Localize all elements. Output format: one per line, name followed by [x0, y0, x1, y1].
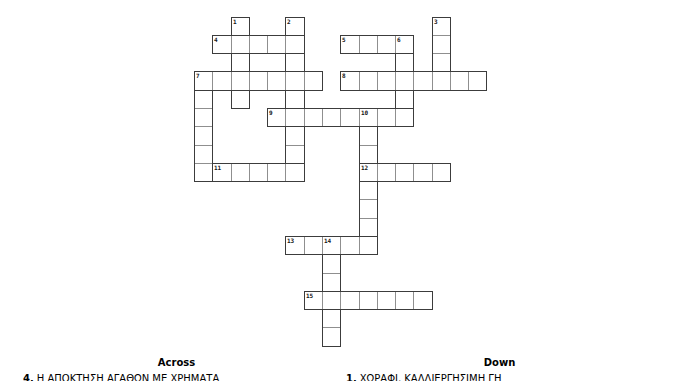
across-clues-column: Across 4.Η ΑΠΟΚΤΗΣΗ ΑΓΑΘΩΝ ΜΕ ΧΡΗΜΑΤΑ [23, 357, 330, 381]
cell-r3c5[interactable] [285, 71, 305, 91]
cell-r2c5[interactable] [285, 53, 305, 72]
cell-r1c13[interactable] [432, 35, 451, 54]
cell-r2c13[interactable] [432, 53, 451, 72]
cell-r3c10[interactable] [377, 71, 396, 91]
cell-r5c6[interactable] [304, 108, 323, 127]
cell-r3c6[interactable] [304, 71, 323, 91]
cell-r3c1[interactable] [212, 71, 232, 91]
down-clue-1: 1.ΧΩΡΑΦΙ, ΚΑΛΛΙΕΡΓΗΣΙΜΗ ΓΗ [346, 373, 653, 381]
cell-r7c9[interactable] [359, 145, 378, 164]
cell-r3c3[interactable] [249, 71, 268, 91]
crossword-page: 123456789101112131415 Across 4.Η ΑΠΟΚΤΗΣ… [0, 0, 678, 381]
cell-r8c11[interactable] [395, 163, 414, 182]
cell-number-13: 13 [287, 238, 294, 244]
cell-number-3: 3 [434, 19, 437, 25]
cell-r8c5[interactable] [285, 163, 305, 182]
cell-r6c9[interactable] [359, 126, 378, 146]
cell-number-1: 1 [233, 19, 236, 25]
cell-number-10: 10 [361, 110, 368, 116]
cell-r4c0[interactable] [194, 90, 213, 109]
cell-r11c9[interactable] [359, 218, 378, 237]
cell-r1c10[interactable] [377, 35, 396, 54]
cell-r5c0[interactable] [194, 108, 213, 127]
cell-r16c7[interactable] [322, 309, 341, 328]
cell-r3c15[interactable] [468, 71, 487, 91]
cell-number-12: 12 [361, 165, 368, 171]
cell-r9c9[interactable] [359, 181, 378, 200]
cell-r3c14[interactable] [450, 71, 469, 91]
cell-r7c0[interactable] [194, 145, 213, 164]
cell-r4c11[interactable] [395, 90, 414, 109]
cell-r5c11[interactable] [395, 108, 414, 127]
cell-r1c9[interactable] [359, 35, 378, 54]
cell-r1c2[interactable] [231, 35, 250, 54]
cell-r15c7[interactable] [322, 291, 341, 310]
cell-number-15: 15 [306, 293, 313, 299]
cell-r15c11[interactable] [395, 291, 414, 310]
cell-r15c12[interactable] [413, 291, 433, 310]
across-clue-4: 4.Η ΑΠΟΚΤΗΣΗ ΑΓΑΘΩΝ ΜΕ ΧΡΗΜΑΤΑ [23, 373, 330, 381]
cell-r3c12[interactable] [413, 71, 433, 91]
cell-r5c8[interactable] [340, 108, 360, 127]
cell-r5c5[interactable] [285, 108, 305, 127]
cell-r15c9[interactable] [359, 291, 378, 310]
cell-number-5: 5 [342, 37, 345, 43]
cell-r3c11[interactable] [395, 71, 414, 91]
cell-r2c11[interactable] [395, 53, 414, 72]
cell-r12c8[interactable] [340, 236, 360, 255]
cell-r14c7[interactable] [322, 273, 341, 292]
cell-r8c10[interactable] [377, 163, 396, 182]
cell-r8c0[interactable] [194, 163, 213, 182]
cell-r8c3[interactable] [249, 163, 268, 182]
cell-number-8: 8 [342, 73, 345, 79]
crossword-board: 123456789101112131415 [0, 0, 678, 381]
cell-r3c2[interactable] [231, 71, 250, 91]
cell-r6c5[interactable] [285, 126, 305, 146]
down-clue-1-text: ΧΩΡΑΦΙ, ΚΑΛΛΙΕΡΓΗΣΙΜΗ ΓΗ [360, 373, 502, 381]
cell-number-4: 4 [214, 37, 217, 43]
cell-r2c2[interactable] [231, 53, 250, 72]
down-header: Down [346, 357, 653, 369]
down-clues-column: Down 1.ΧΩΡΑΦΙ, ΚΑΛΛΙΕΡΓΗΣΙΜΗ ΓΗ [346, 357, 653, 381]
cell-r8c2[interactable] [231, 163, 250, 182]
cell-r15c10[interactable] [377, 291, 396, 310]
cell-r10c9[interactable] [359, 199, 378, 219]
across-clue-4-number: 4. [23, 373, 34, 381]
cell-r1c4[interactable] [267, 35, 286, 54]
cell-r3c9[interactable] [359, 71, 378, 91]
cell-r13c7[interactable] [322, 254, 341, 274]
cell-r4c5[interactable] [285, 90, 305, 109]
cell-r7c5[interactable] [285, 145, 305, 164]
cell-r1c3[interactable] [249, 35, 268, 54]
cell-r8c4[interactable] [267, 163, 286, 182]
cell-r17c7[interactable] [322, 327, 341, 347]
cell-r5c10[interactable] [377, 108, 396, 127]
cell-r3c4[interactable] [267, 71, 286, 91]
cell-number-6: 6 [397, 37, 400, 43]
cell-number-14: 14 [324, 238, 331, 244]
cell-r8c13[interactable] [432, 163, 451, 182]
cell-r12c9[interactable] [359, 236, 378, 255]
across-clue-4-text: Η ΑΠΟΚΤΗΣΗ ΑΓΑΘΩΝ ΜΕ ΧΡΗΜΑΤΑ [37, 373, 220, 381]
cell-r3c13[interactable] [432, 71, 451, 91]
cell-r8c12[interactable] [413, 163, 433, 182]
cell-r5c7[interactable] [322, 108, 341, 127]
cell-number-9: 9 [269, 110, 272, 116]
cell-number-11: 11 [214, 165, 221, 171]
cell-r15c8[interactable] [340, 291, 360, 310]
across-header: Across [23, 357, 330, 369]
cell-r4c2[interactable] [231, 90, 250, 109]
cell-number-7: 7 [196, 73, 199, 79]
down-clue-1-number: 1. [346, 373, 357, 381]
cell-r6c0[interactable] [194, 126, 213, 146]
cell-r12c6[interactable] [304, 236, 323, 255]
cell-number-2: 2 [287, 19, 290, 25]
cell-r1c5[interactable] [285, 35, 305, 54]
